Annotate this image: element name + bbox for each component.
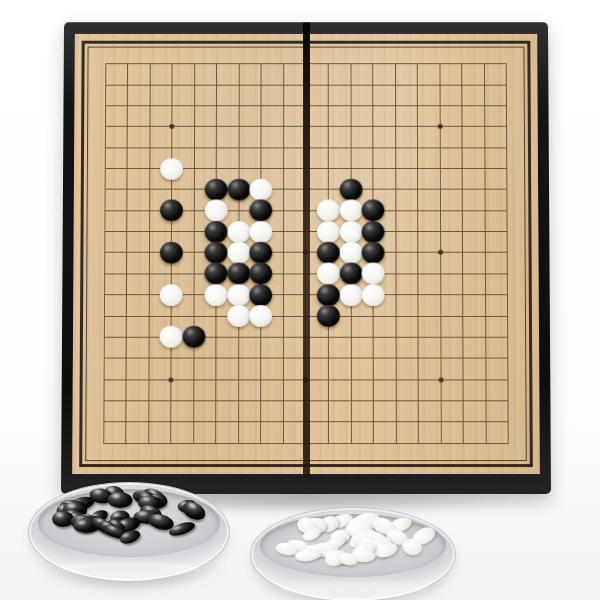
grid-cell	[205, 348, 228, 369]
grid-cell	[474, 242, 496, 263]
grid-cell	[339, 95, 361, 116]
grid-cell	[228, 200, 250, 221]
white-stone	[339, 242, 362, 264]
grid-cell	[183, 200, 205, 221]
grid-cell	[362, 200, 384, 221]
grid-cell	[94, 116, 116, 137]
grid-cell	[115, 369, 138, 390]
grid-cell	[250, 411, 273, 432]
grid-cell	[139, 116, 161, 137]
grid-cell	[93, 242, 115, 263]
grid-cell	[340, 284, 362, 305]
grid-cell	[183, 242, 205, 263]
grid-cell	[340, 263, 362, 284]
grid-cell	[317, 158, 339, 179]
grid-cell	[138, 242, 160, 263]
grid-cell	[474, 284, 497, 305]
grid-cell	[115, 327, 138, 348]
grid-cell	[161, 95, 183, 116]
grid-cell	[206, 53, 228, 74]
grid-cell	[362, 263, 384, 284]
white-stone	[227, 221, 250, 243]
black-stone	[228, 179, 251, 201]
grid-cell	[384, 284, 406, 305]
black-stone-tray	[28, 482, 230, 582]
grid-cell	[138, 327, 161, 348]
grid-cell	[340, 327, 362, 348]
black-tray-cavity	[38, 489, 220, 557]
grid-cell	[228, 53, 250, 74]
grid-cell	[228, 137, 250, 158]
grid-cell	[183, 263, 205, 284]
grid-cell	[250, 390, 273, 411]
grid-cell	[161, 53, 183, 74]
black-stone	[339, 263, 362, 285]
go-set-photo	[0, 0, 600, 600]
grid-cell	[137, 390, 160, 411]
grid-cell	[362, 158, 384, 179]
grid-cell	[206, 74, 228, 95]
grid-cell	[429, 327, 451, 348]
grid-cell	[272, 221, 294, 242]
grid-cell	[317, 284, 339, 305]
grid-cell	[92, 411, 115, 432]
grid-cell	[429, 348, 452, 369]
grid-cell	[317, 116, 339, 137]
grid-cell	[407, 327, 430, 348]
white-stone	[161, 158, 184, 180]
grid-cell	[228, 263, 250, 284]
grid-cell	[384, 221, 406, 242]
grid-cell	[160, 242, 182, 263]
grid-cell	[430, 411, 453, 432]
grid-cell	[430, 433, 453, 454]
grid-cell	[161, 116, 183, 137]
grid-cell	[160, 433, 183, 454]
grid-cell	[183, 305, 205, 326]
board-frame	[61, 22, 551, 494]
grid-cell	[115, 390, 138, 411]
grid-cell	[272, 348, 294, 369]
white-stone	[160, 284, 183, 306]
grid-cell	[250, 179, 272, 200]
grid-cell	[272, 179, 294, 200]
grid-cell	[94, 74, 116, 95]
tray-highlight	[280, 581, 427, 596]
grid-cell	[475, 411, 498, 432]
white-stone	[227, 242, 250, 264]
grid-cell	[362, 95, 384, 116]
grid-cell	[94, 158, 116, 179]
grid-cell	[272, 284, 294, 305]
grid-cell	[116, 137, 138, 158]
white-stone	[339, 200, 362, 222]
grid-cell	[115, 433, 138, 454]
grid-cell	[429, 242, 451, 263]
grid-cell	[407, 200, 429, 221]
grid-cell	[317, 369, 339, 390]
grid-cell	[407, 284, 429, 305]
grid-cell	[160, 327, 182, 348]
grid-cell	[451, 137, 473, 158]
star-point	[438, 377, 443, 382]
grid-cell	[273, 116, 295, 137]
grid-cell	[497, 348, 520, 369]
grid-cell	[474, 221, 496, 242]
grid-cell	[317, 74, 339, 95]
grid-cell	[205, 158, 227, 179]
grid-cell	[429, 116, 451, 137]
white-stone	[362, 284, 385, 306]
grid-cell	[473, 53, 495, 74]
grid-cell	[183, 95, 205, 116]
grid-cell	[227, 327, 249, 348]
grid-cell	[317, 242, 339, 263]
white-stone	[227, 284, 250, 306]
grid-cell	[495, 53, 517, 74]
grid-cell	[385, 433, 408, 454]
grid-cell	[495, 95, 517, 116]
grid-cell	[250, 433, 273, 454]
grid-cell	[115, 348, 138, 369]
grid-cell	[406, 116, 428, 137]
grid-cell	[429, 305, 451, 326]
grid-cell	[228, 95, 250, 116]
black-stone	[227, 263, 250, 285]
grid-cell	[138, 221, 160, 242]
grid-cell	[182, 369, 205, 390]
grid-cell	[407, 242, 429, 263]
grid-cell	[138, 263, 160, 284]
grid-cell	[272, 242, 294, 263]
grid-cell	[273, 137, 295, 158]
grid-cell	[183, 74, 205, 95]
white-stone	[317, 200, 340, 222]
grid-cell	[385, 411, 408, 432]
grid-cell	[272, 411, 295, 432]
white-stone	[339, 221, 362, 243]
grid-cell	[429, 74, 451, 95]
grid-cell	[340, 221, 362, 242]
grid-cell	[205, 263, 227, 284]
grid-cell	[452, 369, 475, 390]
grid-cell	[272, 369, 294, 390]
grid-cell	[362, 242, 384, 263]
grid-cell	[160, 369, 183, 390]
grid-cell	[451, 74, 473, 95]
black-stone	[250, 263, 273, 285]
grid-cell	[317, 348, 339, 369]
grid-cell	[384, 74, 406, 95]
grid-cell	[94, 137, 116, 158]
star-point	[170, 124, 175, 129]
grid-cell	[138, 158, 160, 179]
grid-cell	[474, 179, 496, 200]
grid-cell	[138, 179, 160, 200]
grid-cell	[205, 284, 227, 305]
grid-cell	[183, 327, 206, 348]
grid-cell	[384, 137, 406, 158]
grid-cell	[429, 137, 451, 158]
star-point	[438, 250, 443, 255]
grid-cell	[384, 200, 406, 221]
grid-cell	[161, 74, 183, 95]
grid-cell	[495, 74, 517, 95]
grid-cell	[116, 179, 138, 200]
grid-cell	[93, 348, 116, 369]
grid-cell	[339, 137, 361, 158]
grid-cell	[473, 116, 495, 137]
grid-cell	[362, 53, 384, 74]
grid-cell	[160, 284, 182, 305]
grid-cell	[206, 137, 228, 158]
grid-cell	[183, 179, 205, 200]
white-stone	[339, 284, 362, 306]
white-stone	[250, 221, 273, 243]
grid-cell	[362, 327, 384, 348]
grid-cell	[451, 116, 473, 137]
grid-cell	[407, 433, 430, 454]
grid-cell	[497, 390, 520, 411]
grid-cell	[115, 305, 138, 326]
grid-cell	[205, 433, 228, 454]
black-stone	[205, 263, 228, 285]
grid-cell	[340, 390, 363, 411]
grid-cell	[182, 433, 205, 454]
grid-cell	[384, 158, 406, 179]
grid-cell	[250, 95, 272, 116]
white-stone	[205, 200, 228, 222]
grid-cell	[452, 263, 474, 284]
white-stone	[317, 263, 340, 285]
grid-cell	[205, 200, 227, 221]
grid-cell	[407, 221, 429, 242]
grid-cell	[227, 348, 249, 369]
grid-cell	[317, 95, 339, 116]
white-stone	[227, 305, 250, 327]
grid-cell	[138, 200, 160, 221]
grid-cell	[452, 411, 475, 432]
grid-cell	[93, 284, 116, 305]
grid-cell	[115, 411, 138, 432]
grid-cell	[206, 116, 228, 137]
grid-cell	[183, 221, 205, 242]
grid-cell	[272, 263, 294, 284]
grid-cell	[362, 74, 384, 95]
grid-cell	[92, 390, 115, 411]
grid-cell	[384, 263, 406, 284]
grid-cell	[94, 200, 116, 221]
grid-cell	[317, 137, 339, 158]
grid-cell	[407, 179, 429, 200]
grid-cell	[497, 305, 520, 326]
white-stone	[160, 326, 183, 348]
grid-cell	[384, 95, 406, 116]
white-stone	[250, 179, 273, 201]
grid-cell	[228, 284, 250, 305]
star-point	[169, 377, 174, 382]
grid-cell	[115, 284, 138, 305]
grid-cell	[407, 369, 430, 390]
grid-cell	[161, 137, 183, 158]
grid-cell	[429, 95, 451, 116]
grid-cell	[94, 95, 116, 116]
grid-cell	[205, 305, 227, 326]
black-stone	[205, 221, 228, 243]
grid-cell	[93, 263, 115, 284]
grid-cell	[407, 390, 430, 411]
grid-cell	[451, 200, 473, 221]
grid-cell	[182, 348, 205, 369]
grid-cell	[406, 158, 428, 179]
grid-cell	[227, 390, 249, 411]
grid-cell	[228, 221, 250, 242]
grid-cell	[116, 242, 138, 263]
grid-cell	[250, 53, 272, 74]
grid-cell	[250, 221, 272, 242]
grid-cell	[452, 390, 475, 411]
grid-cell	[406, 137, 428, 158]
grid-cell	[452, 327, 475, 348]
grid-cell	[228, 158, 250, 179]
grid-cell	[339, 158, 361, 179]
grid-cell	[451, 158, 473, 179]
grid-cell	[452, 284, 475, 305]
grid-cell	[452, 348, 475, 369]
grid-cell	[272, 433, 295, 454]
grid-cell	[317, 200, 339, 221]
grid-cell	[205, 242, 227, 263]
grid-cell	[92, 433, 115, 454]
grid-cell	[272, 305, 294, 326]
grid-cell	[429, 200, 451, 221]
grid-cell	[116, 263, 139, 284]
grid-cell	[205, 179, 227, 200]
grid-cell	[497, 411, 520, 432]
grid-cell	[362, 137, 384, 158]
grid-cell	[250, 284, 272, 305]
grid-cell	[362, 369, 384, 390]
grid-cell	[160, 348, 183, 369]
grid-cell	[250, 200, 272, 221]
grid-cell	[474, 327, 497, 348]
grid-cell	[474, 305, 497, 326]
grid-cell	[94, 179, 116, 200]
grid-cell	[473, 137, 495, 158]
white-stone	[317, 221, 340, 243]
grid-cell	[474, 369, 497, 390]
black-stone	[362, 200, 385, 222]
grid-cell	[272, 390, 294, 411]
grid-cell	[317, 53, 339, 74]
grid-cell	[429, 158, 451, 179]
grid-cell	[250, 242, 272, 263]
black-stone	[317, 284, 340, 306]
tray-highlight	[57, 561, 201, 576]
grid-cell	[160, 390, 183, 411]
grid-cell	[273, 74, 295, 95]
grid-cell	[429, 221, 451, 242]
grid-cell	[139, 74, 161, 95]
grid-cell	[160, 305, 182, 326]
grid-cell	[384, 327, 406, 348]
go-board	[61, 22, 551, 494]
grid-cell	[340, 411, 363, 432]
grid-cell	[205, 327, 227, 348]
grid-cell	[496, 116, 518, 137]
grid-cell	[317, 433, 340, 454]
star-point	[437, 124, 442, 129]
grid-cell	[93, 221, 115, 242]
grid-cell	[250, 158, 272, 179]
grid-cell	[362, 411, 385, 432]
grid-cell	[362, 433, 385, 454]
white-stone	[362, 263, 385, 285]
grid-cell	[385, 348, 408, 369]
grid-cell	[250, 327, 272, 348]
grid-cell	[317, 179, 339, 200]
grid-cell	[340, 179, 362, 200]
black-stone	[362, 221, 385, 243]
grid-cell	[250, 263, 272, 284]
grid-cell	[161, 179, 183, 200]
grid-cell	[250, 348, 272, 369]
grid-cell	[428, 53, 450, 74]
grid-cell	[429, 284, 451, 305]
grid-cell	[228, 179, 250, 200]
white-stone-tray	[250, 507, 456, 600]
grid-cell	[182, 411, 205, 432]
grid-cell	[339, 53, 361, 74]
grid-cell	[429, 263, 451, 284]
black-stone	[250, 242, 273, 264]
grid-cell	[227, 411, 250, 432]
black-stone	[205, 242, 228, 264]
grid-cell	[273, 95, 295, 116]
grid-cell	[339, 74, 361, 95]
grid-cell	[384, 116, 406, 137]
grid-cell	[205, 390, 228, 411]
grid-cell	[429, 179, 451, 200]
grid-cell	[272, 327, 294, 348]
grid-cell	[407, 263, 429, 284]
grid-cell	[317, 263, 339, 284]
grid-cell	[205, 369, 228, 390]
grid-cell	[93, 327, 116, 348]
fold-hinge-seam	[303, 22, 310, 478]
grid-cell	[138, 284, 161, 305]
grid-cell	[183, 116, 205, 137]
grid-cell	[473, 74, 495, 95]
grid-cell	[362, 348, 384, 369]
grid-cell	[273, 53, 295, 74]
grid-cell	[496, 284, 519, 305]
white-stone	[250, 305, 273, 327]
grid-cell	[407, 411, 430, 432]
grid-cell	[182, 390, 205, 411]
grid-cell	[362, 116, 384, 137]
grid-cell	[250, 305, 272, 326]
grid-cell	[496, 200, 518, 221]
grid-cell	[384, 179, 406, 200]
grid-cell	[139, 137, 161, 158]
grid-cell	[339, 116, 361, 137]
grid-cell	[497, 327, 520, 348]
grid-cell	[362, 221, 384, 242]
grid-cell	[272, 200, 294, 221]
grid-cell	[451, 53, 473, 74]
grid-cell	[452, 305, 475, 326]
